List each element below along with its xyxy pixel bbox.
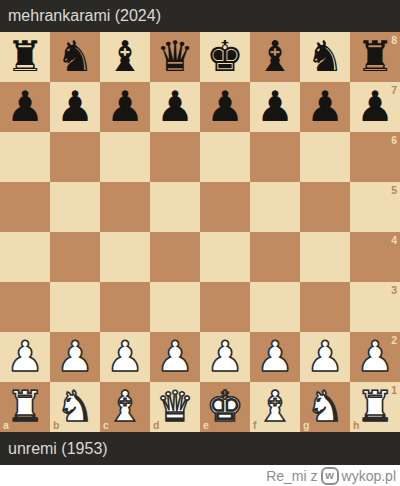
square-e6[interactable] (200, 132, 250, 182)
piece-black-bishop[interactable]: ♝ (100, 32, 150, 82)
piece-white-rook[interactable]: ♜ (350, 382, 400, 432)
square-c1[interactable]: ♝c (100, 382, 150, 432)
piece-white-knight[interactable]: ♞ (300, 382, 350, 432)
piece-black-knight[interactable]: ♞ (300, 32, 350, 82)
square-a6[interactable] (0, 132, 50, 182)
piece-white-pawn[interactable]: ♟ (150, 332, 200, 382)
square-c4[interactable] (100, 232, 150, 282)
square-h1[interactable]: ♜1h (350, 382, 400, 432)
piece-black-pawn[interactable]: ♟ (350, 82, 400, 132)
square-e5[interactable] (200, 182, 250, 232)
square-b3[interactable] (50, 282, 100, 332)
square-d4[interactable] (150, 232, 200, 282)
wykop-logo-icon: w (321, 467, 339, 485)
square-c3[interactable] (100, 282, 150, 332)
watermark-site: wykop.pl (342, 468, 396, 484)
square-c2[interactable]: ♟ (100, 332, 150, 382)
piece-black-queen[interactable]: ♛ (150, 32, 200, 82)
square-g7[interactable]: ♟ (300, 82, 350, 132)
piece-white-pawn[interactable]: ♟ (50, 332, 100, 382)
square-b1[interactable]: ♞b (50, 382, 100, 432)
top-player-name: mehrankarami (2024) (8, 7, 161, 25)
piece-white-pawn[interactable]: ♟ (250, 332, 300, 382)
square-h7[interactable]: ♟7 (350, 82, 400, 132)
piece-black-pawn[interactable]: ♟ (150, 82, 200, 132)
piece-white-pawn[interactable]: ♟ (200, 332, 250, 382)
square-f2[interactable]: ♟ (250, 332, 300, 382)
rank-label-6: 6 (391, 135, 397, 146)
square-d6[interactable] (150, 132, 200, 182)
piece-white-knight[interactable]: ♞ (50, 382, 100, 432)
square-d2[interactable]: ♟ (150, 332, 200, 382)
square-c7[interactable]: ♟ (100, 82, 150, 132)
square-g1[interactable]: ♞g (300, 382, 350, 432)
square-d5[interactable] (150, 182, 200, 232)
square-f5[interactable] (250, 182, 300, 232)
square-g4[interactable] (300, 232, 350, 282)
piece-white-pawn[interactable]: ♟ (0, 332, 50, 382)
square-b8[interactable]: ♞ (50, 32, 100, 82)
square-g5[interactable] (300, 182, 350, 232)
piece-white-pawn[interactable]: ♟ (100, 332, 150, 382)
piece-black-pawn[interactable]: ♟ (250, 82, 300, 132)
square-d1[interactable]: ♛d (150, 382, 200, 432)
piece-white-bishop[interactable]: ♝ (100, 382, 150, 432)
square-a2[interactable]: ♟ (0, 332, 50, 382)
square-b4[interactable] (50, 232, 100, 282)
square-a8[interactable]: ♜ (0, 32, 50, 82)
square-e1[interactable]: ♚e (200, 382, 250, 432)
square-h4[interactable]: 4 (350, 232, 400, 282)
square-b6[interactable] (50, 132, 100, 182)
watermark-text: Re_mi z (266, 468, 317, 484)
square-a3[interactable] (0, 282, 50, 332)
square-h8[interactable]: ♜8 (350, 32, 400, 82)
piece-black-pawn[interactable]: ♟ (200, 82, 250, 132)
piece-black-pawn[interactable]: ♟ (100, 82, 150, 132)
square-d8[interactable]: ♛ (150, 32, 200, 82)
square-d7[interactable]: ♟ (150, 82, 200, 132)
square-g2[interactable]: ♟ (300, 332, 350, 382)
piece-white-pawn[interactable]: ♟ (300, 332, 350, 382)
square-a7[interactable]: ♟ (0, 82, 50, 132)
piece-white-pawn[interactable]: ♟ (350, 332, 400, 382)
square-h2[interactable]: ♟2 (350, 332, 400, 382)
piece-black-king[interactable]: ♚ (200, 32, 250, 82)
piece-black-knight[interactable]: ♞ (50, 32, 100, 82)
square-f1[interactable]: ♝f (250, 382, 300, 432)
square-g8[interactable]: ♞ (300, 32, 350, 82)
piece-white-bishop[interactable]: ♝ (250, 382, 300, 432)
piece-black-pawn[interactable]: ♟ (300, 82, 350, 132)
square-e4[interactable] (200, 232, 250, 282)
square-b7[interactable]: ♟ (50, 82, 100, 132)
square-f6[interactable] (250, 132, 300, 182)
square-a5[interactable] (0, 182, 50, 232)
square-h6[interactable]: 6 (350, 132, 400, 182)
square-h3[interactable]: 3 (350, 282, 400, 332)
square-e7[interactable]: ♟ (200, 82, 250, 132)
bottom-player-bar: unremi (1953) (0, 432, 400, 465)
square-e2[interactable]: ♟ (200, 332, 250, 382)
top-player-bar: mehrankarami (2024) (0, 0, 400, 32)
piece-black-pawn[interactable]: ♟ (50, 82, 100, 132)
square-g3[interactable] (300, 282, 350, 332)
square-c5[interactable] (100, 182, 150, 232)
rank-label-5: 5 (391, 185, 397, 196)
square-e3[interactable] (200, 282, 250, 332)
square-e8[interactable]: ♚ (200, 32, 250, 82)
piece-white-king[interactable]: ♚ (200, 382, 250, 432)
square-c8[interactable]: ♝ (100, 32, 150, 82)
piece-black-pawn[interactable]: ♟ (0, 82, 50, 132)
piece-black-rook[interactable]: ♜ (0, 32, 50, 82)
square-a1[interactable]: ♜a (0, 382, 50, 432)
square-f3[interactable] (250, 282, 300, 332)
square-d3[interactable] (150, 282, 200, 332)
square-b2[interactable]: ♟ (50, 332, 100, 382)
piece-white-rook[interactable]: ♜ (0, 382, 50, 432)
square-f8[interactable]: ♝ (250, 32, 300, 82)
chess-board[interactable]: ♜♞♝♛♚♝♞♜8♟♟♟♟♟♟♟♟76543♟♟♟♟♟♟♟♟2♜a♞b♝c♛d♚… (0, 32, 400, 432)
rank-label-4: 4 (391, 235, 397, 246)
square-f4[interactable] (250, 232, 300, 282)
rank-label-3: 3 (391, 285, 397, 296)
square-b5[interactable] (50, 182, 100, 232)
square-a4[interactable] (0, 232, 50, 282)
square-f7[interactable]: ♟ (250, 82, 300, 132)
square-g6[interactable] (300, 132, 350, 182)
watermark-bar: Re_mi z w wykop.pl (0, 465, 400, 486)
piece-black-rook[interactable]: ♜ (350, 32, 400, 82)
bottom-player-name: unremi (1953) (8, 440, 108, 458)
chess-app: mehrankarami (2024) ♜♞♝♛♚♝♞♜8♟♟♟♟♟♟♟♟765… (0, 0, 400, 486)
piece-white-queen[interactable]: ♛ (150, 382, 200, 432)
square-h5[interactable]: 5 (350, 182, 400, 232)
square-c6[interactable] (100, 132, 150, 182)
piece-black-bishop[interactable]: ♝ (250, 32, 300, 82)
